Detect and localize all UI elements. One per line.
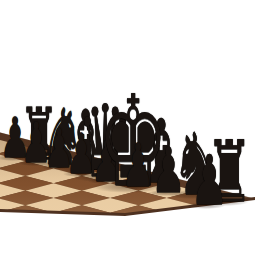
product-photo-stage: ♜♞♝♛♚♝♞♜♟♟♟♟♟♟♟♟	[0, 0, 255, 255]
black-pawn-h7: ♟	[188, 146, 231, 215]
pieces-layer: ♜♞♝♛♚♝♞♜♟♟♟♟♟♟♟♟	[0, 0, 255, 255]
